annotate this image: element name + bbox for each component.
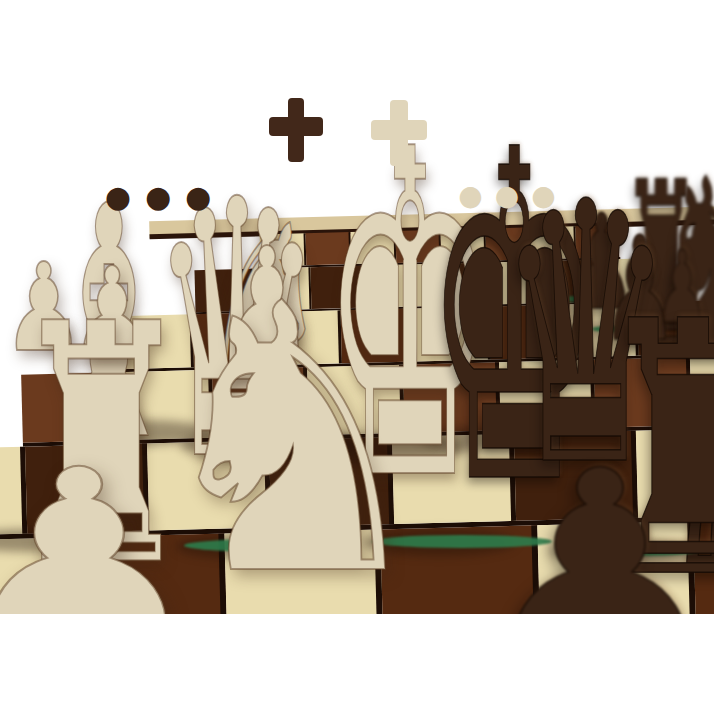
board-plane	[0, 0, 714, 614]
board-square	[252, 267, 311, 311]
cross-bar-horizontal	[269, 117, 323, 136]
board-square	[212, 367, 309, 437]
board-square	[638, 301, 711, 356]
board-square	[537, 521, 696, 614]
board-square	[635, 427, 714, 517]
board-square	[602, 258, 659, 301]
board-square	[403, 362, 500, 432]
board-square	[305, 232, 351, 265]
felt-base	[372, 535, 553, 548]
board-square	[427, 263, 486, 307]
cross-bar-horizontal	[371, 120, 426, 140]
board-square	[118, 314, 194, 369]
board-square	[415, 306, 491, 361]
board-square	[307, 365, 404, 435]
board-square	[531, 226, 577, 259]
felt-base	[557, 296, 599, 302]
felt-base	[184, 539, 360, 552]
photo-area: ♝♟♞♟♛♟♚♜♞♟♚♛♜♞♝♟♟♟♞♜♟●●●●●●	[0, 0, 714, 614]
board-square	[341, 308, 417, 363]
board-square	[266, 310, 342, 365]
board-square	[489, 305, 565, 360]
board-square	[260, 233, 306, 266]
board-square	[311, 266, 370, 310]
felt-base	[72, 346, 123, 352]
board-square	[395, 230, 441, 263]
board-square	[594, 357, 691, 427]
board-square	[486, 261, 545, 305]
board-square	[25, 443, 149, 533]
board-square	[690, 355, 714, 425]
board-square	[486, 227, 532, 260]
board-square	[499, 360, 596, 430]
felt-base	[578, 544, 703, 556]
board-square	[576, 225, 620, 258]
board-square	[194, 269, 253, 313]
board-square	[693, 517, 714, 614]
board-square	[0, 447, 28, 537]
felt-base	[591, 326, 638, 332]
board-square	[350, 231, 396, 264]
piece-shadow	[209, 339, 268, 349]
board-square	[369, 264, 428, 308]
chess-set-product-photo: ♝♟♞♟♛♟♚♜♞♟♚♛♜♞♝♟♟♟♞♜♟●●●●●●	[0, 0, 720, 720]
board-square	[440, 229, 486, 262]
